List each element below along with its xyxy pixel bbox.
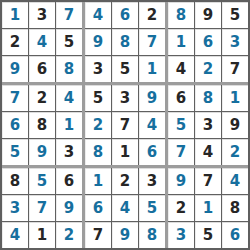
sudoku-cell-r3c3[interactable]: 8 [56, 56, 82, 82]
given-digit: 3 [120, 91, 130, 106]
entry-digit: 2 [93, 118, 103, 133]
entry-digit: 8 [120, 35, 130, 50]
entry-digit: 1 [64, 118, 74, 133]
sudoku-cell-r8c6[interactable]: 5 [139, 195, 165, 221]
entry-digit: 8 [93, 145, 103, 160]
sudoku-cell-r6c9[interactable]: 2 [222, 139, 248, 165]
entry-digit: 6 [147, 145, 157, 160]
sudoku-cell-r3c2[interactable]: 6 [29, 56, 55, 82]
sudoku-cell-r7c8[interactable]: 7 [195, 168, 221, 194]
entry-digit: 7 [176, 145, 186, 160]
entry-digit: 4 [120, 201, 130, 216]
given-digit: 9 [203, 8, 213, 23]
entry-digit: 4 [64, 91, 74, 106]
entry-digit: 4 [147, 118, 157, 133]
sudoku-cell-r6c6[interactable]: 6 [139, 139, 165, 165]
sudoku-cell-r7c1[interactable]: 8 [2, 168, 28, 194]
sudoku-cell-r3c9[interactable]: 7 [222, 56, 248, 82]
sudoku-cell-r7c6[interactable]: 3 [139, 168, 165, 194]
sudoku-cell-r9c4[interactable]: 7 [85, 222, 111, 248]
entry-digit: 7 [37, 201, 47, 216]
sudoku-block-1: 137245968 [2, 2, 82, 82]
entry-digit: 5 [176, 118, 186, 133]
given-digit: 1 [120, 145, 130, 160]
sudoku-cell-r2c5[interactable]: 8 [112, 29, 138, 55]
sudoku-cell-r5c6[interactable]: 4 [139, 112, 165, 138]
given-digit: 6 [37, 62, 47, 77]
sudoku-cell-r9c9[interactable]: 6 [222, 222, 248, 248]
entry-digit: 4 [230, 174, 240, 189]
sudoku-cell-r1c1[interactable]: 1 [2, 2, 28, 28]
given-digit: 6 [64, 174, 74, 189]
entry-digit: 2 [230, 145, 240, 160]
sudoku-cell-r4c1[interactable]: 7 [2, 85, 28, 111]
sudoku-cell-r4c4[interactable]: 5 [85, 85, 111, 111]
given-digit: 7 [230, 62, 240, 77]
sudoku-cell-r1c2[interactable]: 3 [29, 2, 55, 28]
entry-digit: 7 [10, 91, 20, 106]
sudoku-cell-r7c3[interactable]: 6 [56, 168, 82, 194]
sudoku-cell-r2c2[interactable]: 4 [29, 29, 55, 55]
sudoku-cell-r6c1[interactable]: 5 [2, 139, 28, 165]
sudoku-block-2: 462987351 [85, 2, 165, 82]
given-digit: 8 [10, 174, 20, 189]
given-digit: 5 [230, 8, 240, 23]
sudoku-cell-r9c3[interactable]: 2 [56, 222, 82, 248]
sudoku-cell-r4c3[interactable]: 4 [56, 85, 82, 111]
sudoku-cell-r3c1[interactable]: 9 [2, 56, 28, 82]
given-digit: 2 [176, 201, 186, 216]
entry-digit: 5 [147, 201, 157, 216]
entry-digit: 7 [147, 35, 157, 50]
sudoku-cell-r6c2[interactable]: 9 [29, 139, 55, 165]
sudoku-cell-r2c1[interactable]: 2 [2, 29, 28, 55]
sudoku-cell-r5c1[interactable]: 6 [2, 112, 28, 138]
given-digit: 6 [176, 91, 186, 106]
sudoku-cell-r5c7[interactable]: 5 [168, 112, 194, 138]
sudoku-cell-r2c8[interactable]: 6 [195, 29, 221, 55]
sudoku-cell-r9c5[interactable]: 9 [112, 222, 138, 248]
entry-digit: 2 [64, 228, 74, 243]
sudoku-block-7: 856379412 [2, 168, 82, 248]
sudoku-cell-r7c2[interactable]: 5 [29, 168, 55, 194]
entry-digit: 4 [37, 35, 47, 50]
sudoku-cell-r1c4[interactable]: 4 [85, 2, 111, 28]
given-digit: 5 [64, 35, 74, 50]
sudoku-cell-r6c8[interactable]: 4 [195, 139, 221, 165]
sudoku-cell-r5c5[interactable]: 7 [112, 112, 138, 138]
sudoku-cell-r7c4[interactable]: 1 [85, 168, 111, 194]
entry-digit: 6 [230, 228, 240, 243]
entry-digit: 7 [64, 8, 74, 23]
given-digit: 4 [176, 62, 186, 77]
sudoku-cell-r8c3[interactable]: 9 [56, 195, 82, 221]
sudoku-cell-r9c2[interactable]: 1 [29, 222, 55, 248]
entry-digit: 9 [64, 201, 74, 216]
sudoku-cell-r8c7[interactable]: 2 [168, 195, 194, 221]
entry-digit: 1 [176, 35, 186, 50]
entry-digit: 1 [203, 201, 213, 216]
given-digit: 2 [120, 174, 130, 189]
given-digit: 5 [120, 62, 130, 77]
entry-digit: 6 [203, 35, 213, 50]
given-digit: 3 [64, 145, 74, 160]
sudoku-cell-r8c1[interactable]: 3 [2, 195, 28, 221]
sudoku-cell-r4c8[interactable]: 8 [195, 85, 221, 111]
entry-digit: 1 [230, 91, 240, 106]
sudoku-cell-r7c9[interactable]: 4 [222, 168, 248, 194]
entry-digit: 3 [10, 201, 20, 216]
sudoku-cell-r9c7[interactable]: 3 [168, 222, 194, 248]
sudoku-cell-r2c3[interactable]: 5 [56, 29, 82, 55]
sudoku-cell-r4c6[interactable]: 9 [139, 85, 165, 111]
entry-digit: 8 [147, 228, 157, 243]
entry-digit: 6 [10, 118, 20, 133]
sudoku-cell-r6c4[interactable]: 8 [85, 139, 111, 165]
sudoku-cell-r4c5[interactable]: 3 [112, 85, 138, 111]
sudoku-cell-r3c6[interactable]: 1 [139, 56, 165, 82]
sudoku-cell-r5c9[interactable]: 9 [222, 112, 248, 138]
sudoku-cell-r1c5[interactable]: 6 [112, 2, 138, 28]
entry-digit: 5 [37, 174, 47, 189]
sudoku-cell-r5c2[interactable]: 8 [29, 112, 55, 138]
given-digit: 2 [147, 8, 157, 23]
entry-digit: 9 [120, 228, 130, 243]
entry-digit: 8 [64, 62, 74, 77]
given-digit: 3 [93, 62, 103, 77]
given-digit: 4 [203, 145, 213, 160]
sudoku-cell-r1c7[interactable]: 8 [168, 2, 194, 28]
sudoku-cell-r3c7[interactable]: 4 [168, 56, 194, 82]
sudoku-cell-r6c3[interactable]: 3 [56, 139, 82, 165]
sudoku-cell-r6c7[interactable]: 7 [168, 139, 194, 165]
sudoku-cell-r5c8[interactable]: 3 [195, 112, 221, 138]
sudoku-cell-r8c8[interactable]: 1 [195, 195, 221, 221]
sudoku-cell-r3c4[interactable]: 3 [85, 56, 111, 82]
given-digit: 7 [203, 174, 213, 189]
sudoku-block-5: 539274816 [85, 85, 165, 165]
entry-digit: 6 [120, 8, 130, 23]
given-digit: 9 [230, 118, 240, 133]
given-digit: 3 [203, 118, 213, 133]
sudoku-cell-r5c3[interactable]: 1 [56, 112, 82, 138]
given-digit: 2 [10, 35, 20, 50]
entry-digit: 3 [230, 35, 240, 50]
given-digit: 8 [230, 201, 240, 216]
sudoku-cell-r8c9[interactable]: 8 [222, 195, 248, 221]
sudoku-block-9: 974218356 [168, 168, 248, 248]
sudoku-cell-r9c8[interactable]: 5 [195, 222, 221, 248]
sudoku-cell-r9c6[interactable]: 8 [139, 222, 165, 248]
entry-digit: 1 [93, 174, 103, 189]
sudoku-board: 1372459684629873518951634277246815935392… [0, 0, 250, 250]
given-digit: 3 [37, 8, 47, 23]
given-digit: 7 [120, 118, 130, 133]
sudoku-cell-r4c2[interactable]: 2 [29, 85, 55, 111]
sudoku-cell-r4c7[interactable]: 6 [168, 85, 194, 111]
given-digit: 3 [147, 174, 157, 189]
sudoku-cell-r1c6[interactable]: 2 [139, 2, 165, 28]
entry-digit: 1 [147, 62, 157, 77]
given-digit: 2 [37, 91, 47, 106]
sudoku-cell-r1c9[interactable]: 5 [222, 2, 248, 28]
sudoku-block-3: 895163427 [168, 2, 248, 82]
sudoku-cell-r8c5[interactable]: 4 [112, 195, 138, 221]
entry-digit: 9 [176, 174, 186, 189]
entry-digit: 5 [10, 145, 20, 160]
given-digit: 1 [37, 228, 47, 243]
sudoku-cell-r3c5[interactable]: 5 [112, 56, 138, 82]
sudoku-cell-r2c4[interactable]: 9 [85, 29, 111, 55]
given-digit: 5 [203, 228, 213, 243]
entry-digit: 1 [10, 8, 20, 23]
sudoku-cell-r2c7[interactable]: 1 [168, 29, 194, 55]
sudoku-cell-r3c8[interactable]: 2 [195, 56, 221, 82]
entry-digit: 2 [203, 62, 213, 77]
sudoku-cell-r4c9[interactable]: 1 [222, 85, 248, 111]
entry-digit: 6 [93, 201, 103, 216]
entry-digit: 4 [10, 228, 20, 243]
sudoku-cell-r6c5[interactable]: 1 [112, 139, 138, 165]
sudoku-cell-r2c9[interactable]: 3 [222, 29, 248, 55]
given-digit: 5 [93, 91, 103, 106]
sudoku-cell-r8c2[interactable]: 7 [29, 195, 55, 221]
entry-digit: 8 [203, 91, 213, 106]
entry-digit: 9 [93, 35, 103, 50]
sudoku-cell-r1c8[interactable]: 9 [195, 2, 221, 28]
entry-digit: 8 [176, 8, 186, 23]
sudoku-cell-r5c4[interactable]: 2 [85, 112, 111, 138]
sudoku-cell-r2c6[interactable]: 7 [139, 29, 165, 55]
sudoku-cell-r9c1[interactable]: 4 [2, 222, 28, 248]
entry-digit: 4 [93, 8, 103, 23]
sudoku-cell-r7c7[interactable]: 9 [168, 168, 194, 194]
entry-digit: 9 [37, 145, 47, 160]
sudoku-block-8: 123645798 [85, 168, 165, 248]
given-digit: 8 [37, 118, 47, 133]
entry-digit: 9 [147, 91, 157, 106]
entry-digit: 9 [10, 62, 20, 77]
sudoku-block-4: 724681593 [2, 85, 82, 165]
sudoku-cell-r1c3[interactable]: 7 [56, 2, 82, 28]
sudoku-cell-r7c5[interactable]: 2 [112, 168, 138, 194]
sudoku-cell-r8c4[interactable]: 6 [85, 195, 111, 221]
entry-digit: 3 [176, 228, 186, 243]
sudoku-block-6: 681539742 [168, 85, 248, 165]
given-digit: 7 [93, 228, 103, 243]
